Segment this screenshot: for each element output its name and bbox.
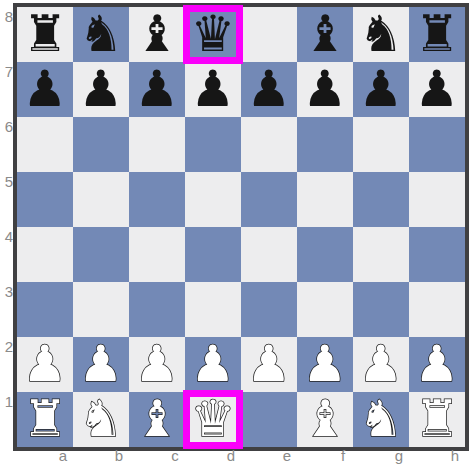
square-e7[interactable]: ♟ (241, 62, 297, 117)
square-a3[interactable] (17, 282, 73, 337)
square-g1[interactable]: ♞ (353, 392, 409, 447)
square-c4[interactable] (129, 227, 185, 282)
square-d3[interactable] (185, 282, 241, 337)
file-label-d: d (221, 448, 241, 464)
square-e6[interactable] (241, 117, 297, 172)
square-g5[interactable] (353, 172, 409, 227)
rank-label-8: 8 (2, 8, 16, 26)
square-h8[interactable]: ♜ (409, 7, 465, 62)
square-h5[interactable] (409, 172, 465, 227)
chess-board: ♜♞♝♛♝♞♜♟♟♟♟♟♟♟♟♟♟♟♟♟♟♟♟♜♞♝♛♝♞♜ (13, 3, 469, 451)
black-bishop-f8: ♝ (303, 9, 348, 59)
square-a8[interactable]: ♜ (17, 7, 73, 62)
square-d4[interactable] (185, 227, 241, 282)
black-knight-b8: ♞ (79, 9, 124, 59)
square-d7[interactable]: ♟ (185, 62, 241, 117)
file-label-e: e (277, 448, 297, 464)
white-pawn-e2: ♟ (247, 339, 292, 389)
black-pawn-a7: ♟ (23, 64, 68, 114)
square-g3[interactable] (353, 282, 409, 337)
white-queen-d1: ♛ (191, 394, 236, 444)
white-pawn-b2: ♟ (79, 339, 124, 389)
black-pawn-h7: ♟ (415, 64, 460, 114)
black-pawn-c7: ♟ (135, 64, 180, 114)
square-f4[interactable] (297, 227, 353, 282)
square-b3[interactable] (73, 282, 129, 337)
square-g8[interactable]: ♞ (353, 7, 409, 62)
square-f5[interactable] (297, 172, 353, 227)
square-h1[interactable]: ♜ (409, 392, 465, 447)
rank-label-3: 3 (2, 283, 16, 301)
white-pawn-c2: ♟ (135, 339, 180, 389)
square-e4[interactable] (241, 227, 297, 282)
white-bishop-f1: ♝ (303, 394, 348, 444)
square-a6[interactable] (17, 117, 73, 172)
white-rook-h1: ♜ (415, 394, 460, 444)
square-g7[interactable]: ♟ (353, 62, 409, 117)
white-pawn-g2: ♟ (359, 339, 404, 389)
file-label-h: h (445, 448, 465, 464)
square-b2[interactable]: ♟ (73, 337, 129, 392)
black-pawn-g7: ♟ (359, 64, 404, 114)
square-g2[interactable]: ♟ (353, 337, 409, 392)
square-d8[interactable]: ♛ (185, 7, 241, 62)
rank-label-5: 5 (2, 173, 16, 191)
rank-label-6: 6 (2, 118, 16, 136)
rank-label-2: 2 (2, 338, 16, 356)
black-pawn-b7: ♟ (79, 64, 124, 114)
white-knight-b1: ♞ (79, 394, 124, 444)
rank-label-4: 4 (2, 228, 16, 246)
square-f8[interactable]: ♝ (297, 7, 353, 62)
square-a2[interactable]: ♟ (17, 337, 73, 392)
square-e2[interactable]: ♟ (241, 337, 297, 392)
square-g6[interactable] (353, 117, 409, 172)
file-label-f: f (333, 448, 353, 464)
square-e5[interactable] (241, 172, 297, 227)
square-a5[interactable] (17, 172, 73, 227)
square-b5[interactable] (73, 172, 129, 227)
square-b8[interactable]: ♞ (73, 7, 129, 62)
board-squares: ♜♞♝♛♝♞♜♟♟♟♟♟♟♟♟♟♟♟♟♟♟♟♟♜♞♝♛♝♞♜ (17, 7, 465, 447)
square-h3[interactable] (409, 282, 465, 337)
file-label-g: g (389, 448, 409, 464)
square-f7[interactable]: ♟ (297, 62, 353, 117)
square-b1[interactable]: ♞ (73, 392, 129, 447)
white-pawn-a2: ♟ (23, 339, 68, 389)
square-c6[interactable] (129, 117, 185, 172)
file-label-c: c (165, 448, 185, 464)
rank-label-7: 7 (2, 63, 16, 81)
black-rook-a8: ♜ (23, 9, 68, 59)
square-h4[interactable] (409, 227, 465, 282)
square-f2[interactable]: ♟ (297, 337, 353, 392)
black-pawn-e7: ♟ (247, 64, 292, 114)
white-bishop-c1: ♝ (135, 394, 180, 444)
square-b7[interactable]: ♟ (73, 62, 129, 117)
rank-label-1: 1 (2, 393, 16, 411)
chess-app: ♜♞♝♛♝♞♜♟♟♟♟♟♟♟♟♟♟♟♟♟♟♟♟♜♞♝♛♝♞♜ 87654321 … (0, 0, 471, 467)
file-label-b: b (109, 448, 129, 464)
square-a7[interactable]: ♟ (17, 62, 73, 117)
file-label-a: a (53, 448, 73, 464)
square-e3[interactable] (241, 282, 297, 337)
square-h6[interactable] (409, 117, 465, 172)
black-queen-d8: ♛ (191, 9, 236, 59)
square-e1[interactable] (241, 392, 297, 447)
square-c8[interactable]: ♝ (129, 7, 185, 62)
square-h2[interactable]: ♟ (409, 337, 465, 392)
white-knight-g1: ♞ (359, 394, 404, 444)
square-f6[interactable] (297, 117, 353, 172)
black-knight-g8: ♞ (359, 9, 404, 59)
black-pawn-f7: ♟ (303, 64, 348, 114)
square-d5[interactable] (185, 172, 241, 227)
white-rook-a1: ♜ (23, 394, 68, 444)
white-pawn-f2: ♟ (303, 339, 348, 389)
square-g4[interactable] (353, 227, 409, 282)
white-pawn-h2: ♟ (415, 339, 460, 389)
square-c3[interactable] (129, 282, 185, 337)
square-a4[interactable] (17, 227, 73, 282)
black-pawn-d7: ♟ (191, 64, 236, 114)
square-c7[interactable]: ♟ (129, 62, 185, 117)
black-rook-h8: ♜ (415, 9, 460, 59)
square-d2[interactable]: ♟ (185, 337, 241, 392)
square-d1[interactable]: ♛ (185, 392, 241, 447)
square-f1[interactable]: ♝ (297, 392, 353, 447)
square-d6[interactable] (185, 117, 241, 172)
square-h7[interactable]: ♟ (409, 62, 465, 117)
black-bishop-c8: ♝ (135, 9, 180, 59)
square-c5[interactable] (129, 172, 185, 227)
square-a1[interactable]: ♜ (17, 392, 73, 447)
square-f3[interactable] (297, 282, 353, 337)
square-b4[interactable] (73, 227, 129, 282)
square-e8[interactable] (241, 7, 297, 62)
square-c1[interactable]: ♝ (129, 392, 185, 447)
square-c2[interactable]: ♟ (129, 337, 185, 392)
white-pawn-d2: ♟ (191, 339, 236, 389)
square-b6[interactable] (73, 117, 129, 172)
